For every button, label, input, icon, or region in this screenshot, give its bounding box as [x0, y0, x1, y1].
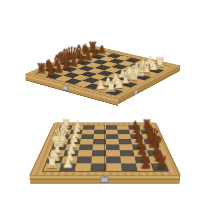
board-square	[75, 163, 91, 171]
chess-piece-white-pawn: ♟	[61, 157, 73, 170]
board-square	[106, 144, 120, 150]
chess-board-front: ♜♟♟♜♞♟♟♞♝♟♟♝♛♟♟♛♚♟♟♚♝♟♟♝♞♟♟♞♜♟♟♜	[29, 122, 181, 176]
photo-bottom-front-view: ♜♟♟♜♞♟♟♞♝♟♟♝♛♟♟♛♚♟♟♚♝♟♟♝♞♟♟♞♜♟♟♜	[0, 100, 200, 200]
chess-piece-white-rook: ♜	[105, 80, 118, 94]
clasp-icon	[100, 177, 109, 183]
fold-seam	[104, 125, 105, 170]
clasp-icon	[135, 88, 138, 96]
board-square	[120, 157, 136, 164]
chess-piece-black-pawn: ♟	[46, 66, 56, 77]
product-image: ♜♟♟♜♞♟♟♞♝♟♟♝♛♟♟♛♚♟♟♚♝♟♟♝♞♟♟♞♜♟♟♜ ♜♟♟♜♞♟♟…	[0, 0, 200, 200]
board-square: ♜	[43, 163, 61, 171]
board-square	[76, 157, 92, 164]
board-squares-grid: ♜♟♟♜♞♟♟♞♝♟♟♝♛♟♟♛♚♟♟♚♝♟♟♝♞♟♟♞♜♟♟♜	[42, 125, 168, 171]
chess-piece-white-rook: ♜	[44, 155, 58, 171]
board-square: ♜	[151, 163, 169, 171]
board-square: ♟	[59, 163, 76, 171]
clasp-icon	[63, 84, 69, 91]
board-square	[79, 144, 93, 150]
chess-piece-black-rook: ♜	[154, 155, 168, 171]
board-square: ♟	[136, 163, 153, 171]
board-square	[106, 157, 121, 164]
chess-piece-black-pawn: ♟	[139, 157, 151, 170]
board-front-edge	[29, 175, 180, 183]
photo-top-angled-view: ♜♟♟♜♞♟♟♞♝♟♟♝♛♟♟♛♚♟♟♚♝♟♟♝♞♟♟♞♜♟♟♜	[0, 0, 200, 100]
chess-board-angled: ♜♟♟♜♞♟♟♞♝♟♟♝♛♟♟♛♚♟♟♚♝♟♟♝♞♟♟♞♜♟♟♜	[25, 45, 181, 99]
board-square	[119, 144, 133, 150]
board-square	[121, 163, 138, 171]
board-square	[106, 163, 122, 171]
